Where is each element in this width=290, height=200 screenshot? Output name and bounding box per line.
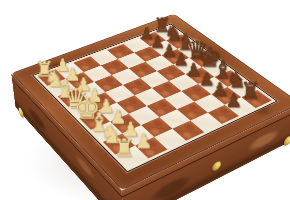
brass-foot-right: [283, 134, 290, 147]
square-b3: [84, 65, 112, 81]
chess-set-product-photo: ♜♞♝♛♚♝♞♜♟♟♟♟♟♟♟♟♟♟♟♟♟♟♟♟♜♞♝♛♚♝♞♜: [0, 0, 290, 200]
square-a3: [73, 56, 101, 72]
square-b2: ♟: [66, 72, 94, 89]
white-rook: ♜: [27, 59, 61, 81]
drawer-knob: [212, 160, 221, 172]
square-e5: [152, 81, 181, 98]
